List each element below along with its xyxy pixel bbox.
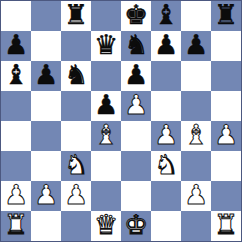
- square-h2[interactable]: [211, 181, 241, 211]
- square-f1[interactable]: [151, 211, 181, 241]
- square-a5[interactable]: [1, 91, 31, 121]
- square-c8[interactable]: ♜: [61, 1, 91, 31]
- square-a6[interactable]: ♝: [1, 61, 31, 91]
- square-h1[interactable]: ♜: [211, 211, 241, 241]
- square-h6[interactable]: [211, 61, 241, 91]
- white-pawn-piece: ♟: [214, 120, 238, 150]
- square-a3[interactable]: [1, 151, 31, 181]
- square-f6[interactable]: [151, 61, 181, 91]
- square-g8[interactable]: [181, 1, 211, 31]
- square-b3[interactable]: [31, 151, 61, 181]
- square-b1[interactable]: [31, 211, 61, 241]
- black-pawn-piece: ♟: [154, 30, 178, 60]
- black-queen-piece: ♛: [94, 30, 118, 60]
- square-g7[interactable]: ♟: [181, 31, 211, 61]
- square-h8[interactable]: ♜: [211, 1, 241, 31]
- black-bishop-piece: ♝: [4, 60, 28, 90]
- square-g2[interactable]: ♟: [181, 181, 211, 211]
- black-pawn-piece: ♟: [4, 30, 28, 60]
- square-b5[interactable]: [31, 91, 61, 121]
- square-g1[interactable]: [181, 211, 211, 241]
- white-king-piece: ♚: [124, 210, 148, 240]
- square-f3[interactable]: ♞: [151, 151, 181, 181]
- white-pawn-piece: ♟: [34, 180, 58, 210]
- square-f8[interactable]: ♝: [151, 1, 181, 31]
- square-a4[interactable]: [1, 121, 31, 151]
- square-e3[interactable]: [121, 151, 151, 181]
- black-knight-piece: ♞: [64, 60, 88, 90]
- square-e4[interactable]: [121, 121, 151, 151]
- square-g4[interactable]: ♝: [181, 121, 211, 151]
- white-bishop-piece: ♝: [184, 120, 208, 150]
- square-h4[interactable]: ♟: [211, 121, 241, 151]
- square-d4[interactable]: ♝: [91, 121, 121, 151]
- square-g6[interactable]: [181, 61, 211, 91]
- square-g3[interactable]: [181, 151, 211, 181]
- black-king-piece: ♚: [124, 0, 148, 30]
- black-bishop-piece: ♝: [154, 0, 178, 30]
- white-bishop-piece: ♝: [94, 120, 118, 150]
- square-e5[interactable]: ♟: [121, 91, 151, 121]
- square-b6[interactable]: ♟: [31, 61, 61, 91]
- square-a8[interactable]: [1, 1, 31, 31]
- square-c6[interactable]: ♞: [61, 61, 91, 91]
- black-knight-piece: ♞: [124, 30, 148, 60]
- white-knight-piece: ♞: [154, 150, 178, 180]
- black-pawn-piece: ♟: [94, 90, 118, 120]
- square-f4[interactable]: ♟: [151, 121, 181, 151]
- white-pawn-piece: ♟: [154, 120, 178, 150]
- square-h7[interactable]: [211, 31, 241, 61]
- white-pawn-piece: ♟: [124, 90, 148, 120]
- black-rook-piece: ♜: [214, 0, 238, 30]
- square-f5[interactable]: [151, 91, 181, 121]
- square-b8[interactable]: [31, 1, 61, 31]
- square-a1[interactable]: ♜: [1, 211, 31, 241]
- square-c3[interactable]: ♞: [61, 151, 91, 181]
- square-d6[interactable]: [91, 61, 121, 91]
- square-e7[interactable]: ♞: [121, 31, 151, 61]
- white-pawn-piece: ♟: [184, 180, 208, 210]
- black-rook-piece: ♜: [64, 0, 88, 30]
- square-a2[interactable]: ♟: [1, 181, 31, 211]
- square-c5[interactable]: [61, 91, 91, 121]
- black-pawn-piece: ♟: [124, 60, 148, 90]
- square-e6[interactable]: ♟: [121, 61, 151, 91]
- white-queen-piece: ♛: [94, 210, 118, 240]
- white-rook-piece: ♜: [4, 210, 28, 240]
- square-d5[interactable]: ♟: [91, 91, 121, 121]
- square-e2[interactable]: [121, 181, 151, 211]
- square-c7[interactable]: [61, 31, 91, 61]
- black-pawn-piece: ♟: [184, 30, 208, 60]
- square-a7[interactable]: ♟: [1, 31, 31, 61]
- square-h3[interactable]: [211, 151, 241, 181]
- white-knight-piece: ♞: [64, 150, 88, 180]
- square-f7[interactable]: ♟: [151, 31, 181, 61]
- square-c4[interactable]: [61, 121, 91, 151]
- white-pawn-piece: ♟: [4, 180, 28, 210]
- white-rook-piece: ♜: [214, 210, 238, 240]
- chessboard: ♜♚♝♜♟♛♞♟♟♝♟♞♟♟♟♝♟♝♟♞♞♟♟♟♟♜♛♚♜: [0, 0, 242, 242]
- square-d1[interactable]: ♛: [91, 211, 121, 241]
- white-pawn-piece: ♟: [64, 180, 88, 210]
- square-d8[interactable]: [91, 1, 121, 31]
- square-d3[interactable]: [91, 151, 121, 181]
- square-f2[interactable]: [151, 181, 181, 211]
- square-c2[interactable]: ♟: [61, 181, 91, 211]
- black-pawn-piece: ♟: [34, 60, 58, 90]
- square-b7[interactable]: [31, 31, 61, 61]
- square-d7[interactable]: ♛: [91, 31, 121, 61]
- square-g5[interactable]: [181, 91, 211, 121]
- square-b4[interactable]: [31, 121, 61, 151]
- square-b2[interactable]: ♟: [31, 181, 61, 211]
- square-d2[interactable]: [91, 181, 121, 211]
- square-e1[interactable]: ♚: [121, 211, 151, 241]
- square-c1[interactable]: [61, 211, 91, 241]
- square-h5[interactable]: [211, 91, 241, 121]
- square-e8[interactable]: ♚: [121, 1, 151, 31]
